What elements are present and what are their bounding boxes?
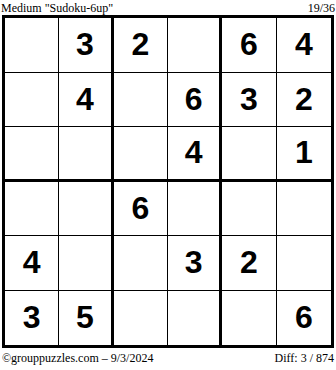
cell-r4c5[interactable] <box>222 182 276 237</box>
cell-r2c1[interactable] <box>5 73 59 128</box>
cell-r6c1[interactable]: 3 <box>5 291 59 346</box>
footer: ©grouppuzzles.com – 9/3/2024 Diff: 3 / 8… <box>0 348 336 365</box>
cell-r6c4[interactable] <box>168 291 222 346</box>
cell-r2c3[interactable] <box>114 73 168 128</box>
cell-r5c3[interactable] <box>114 236 168 291</box>
cell-r6c2[interactable]: 5 <box>59 291 113 346</box>
cell-r6c5[interactable] <box>222 291 276 346</box>
cell-r1c5[interactable]: 6 <box>222 18 276 73</box>
sudoku-grid: 32644632416432356 <box>2 15 334 348</box>
cell-r2c6[interactable]: 2 <box>277 73 331 128</box>
cell-r3c2[interactable] <box>59 127 113 182</box>
header: Medium "Sudoku-6up" 19/36 <box>0 0 336 15</box>
cell-r3c5[interactable] <box>222 127 276 182</box>
cell-r5c6[interactable] <box>277 236 331 291</box>
cell-r4c6[interactable] <box>277 182 331 237</box>
cell-r4c4[interactable] <box>168 182 222 237</box>
cell-r2c2[interactable]: 4 <box>59 73 113 128</box>
sudoku-page: Medium "Sudoku-6up" 19/36 32644632416432… <box>0 0 336 370</box>
cell-r4c3[interactable]: 6 <box>114 182 168 237</box>
cell-r3c4[interactable]: 4 <box>168 127 222 182</box>
cell-r4c1[interactable] <box>5 182 59 237</box>
cell-r3c1[interactable] <box>5 127 59 182</box>
cell-r4c2[interactable] <box>59 182 113 237</box>
cell-r5c4[interactable]: 3 <box>168 236 222 291</box>
cell-r3c6[interactable]: 1 <box>277 127 331 182</box>
copyright-text: ©grouppuzzles.com – 9/3/2024 <box>2 352 153 365</box>
cell-r1c2[interactable]: 3 <box>59 18 113 73</box>
puzzle-title: Medium "Sudoku-6up" <box>1 2 113 15</box>
difficulty-text: Diff: 3 / 874 <box>275 352 334 365</box>
cell-r1c4[interactable] <box>168 18 222 73</box>
cell-r5c2[interactable] <box>59 236 113 291</box>
cell-r6c6[interactable]: 6 <box>277 291 331 346</box>
cell-r1c3[interactable]: 2 <box>114 18 168 73</box>
cell-r1c6[interactable]: 4 <box>277 18 331 73</box>
cell-r3c3[interactable] <box>114 127 168 182</box>
cell-r2c4[interactable]: 6 <box>168 73 222 128</box>
cell-r6c3[interactable] <box>114 291 168 346</box>
cell-r2c5[interactable]: 3 <box>222 73 276 128</box>
page-number: 19/36 <box>308 2 335 15</box>
cell-r5c5[interactable]: 2 <box>222 236 276 291</box>
cell-r5c1[interactable]: 4 <box>5 236 59 291</box>
cell-r1c1[interactable] <box>5 18 59 73</box>
